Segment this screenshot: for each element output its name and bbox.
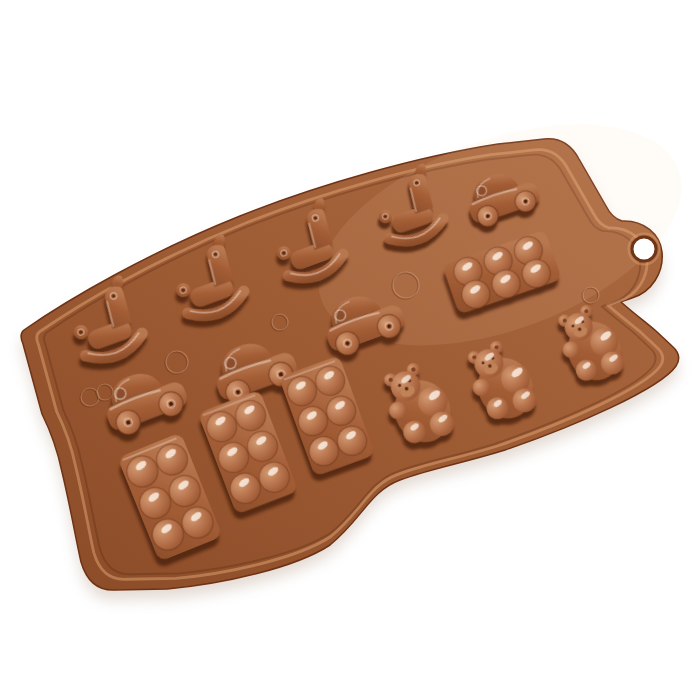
hanging-tab — [629, 234, 660, 265]
product-photo — [0, 0, 700, 700]
chocolate-mold-scene — [0, 0, 700, 700]
hanging-hole — [632, 237, 656, 261]
